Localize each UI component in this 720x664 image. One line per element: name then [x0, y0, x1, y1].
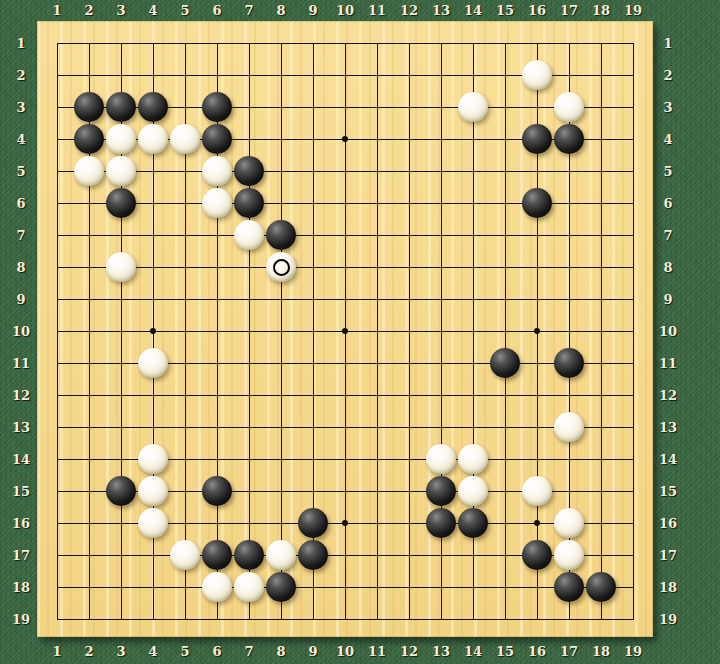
stone-white: ○: [138, 476, 168, 506]
stone-black: ●: [266, 572, 296, 602]
coordinate-label: 16: [528, 645, 546, 658]
stone-white: ○: [202, 188, 232, 218]
stone-white: ○: [138, 348, 168, 378]
stone-black: ●: [522, 188, 552, 218]
coordinate-label: 18: [12, 581, 30, 594]
stone-black: ●: [522, 540, 552, 570]
stone-white: ○: [74, 156, 104, 186]
coordinate-label: 6: [212, 4, 221, 17]
coordinate-label: 4: [148, 645, 157, 658]
coordinate-label: 10: [659, 325, 677, 338]
coordinate-label: 1: [663, 37, 672, 50]
stone-black: ●: [106, 92, 136, 122]
coordinate-label: 8: [276, 4, 285, 17]
stone-black: ●: [202, 124, 232, 154]
stone-black: ●: [298, 540, 328, 570]
coordinate-label: 15: [659, 485, 677, 498]
stone-black: ●: [202, 540, 232, 570]
stone-black: ●: [554, 124, 584, 154]
coordinate-label: 16: [12, 517, 30, 530]
coordinate-label: 7: [244, 4, 253, 17]
coordinate-label: 13: [432, 4, 450, 17]
stone-black: ●: [234, 540, 264, 570]
stone-black: ●: [522, 124, 552, 154]
coordinate-label: 7: [244, 645, 253, 658]
stone-white: ○: [266, 540, 296, 570]
star-point: [534, 328, 540, 334]
coordinate-label: 17: [659, 549, 677, 562]
coordinate-label: 19: [624, 4, 642, 17]
coordinate-label: 19: [12, 613, 30, 626]
coordinate-label: 15: [496, 4, 514, 17]
stone-white: ○: [426, 444, 456, 474]
stone-white: ○: [138, 444, 168, 474]
coordinate-label: 9: [308, 645, 317, 658]
stone-white: ○: [458, 444, 488, 474]
stone-black: ●: [234, 156, 264, 186]
stone-white: ○: [202, 156, 232, 186]
coordinate-label: 11: [368, 4, 386, 17]
coordinate-label: 3: [116, 4, 125, 17]
star-point: [342, 328, 348, 334]
stone-white: ○: [138, 124, 168, 154]
coordinate-label: 2: [16, 69, 25, 82]
coordinate-label: 15: [496, 645, 514, 658]
coordinate-label: 4: [663, 133, 672, 146]
coordinate-label: 19: [659, 613, 677, 626]
stone-white: ○: [266, 252, 296, 282]
coordinate-label: 14: [659, 453, 677, 466]
stone-white: ○: [522, 60, 552, 90]
coordinate-label: 5: [180, 645, 189, 658]
coordinate-label: 7: [16, 229, 25, 242]
coordinate-label: 4: [148, 4, 157, 17]
stone-black: ●: [426, 476, 456, 506]
coordinate-label: 18: [659, 581, 677, 594]
stone-white: ○: [458, 92, 488, 122]
coordinate-label: 14: [12, 453, 30, 466]
coordinate-label: 2: [663, 69, 672, 82]
stone-black: ●: [74, 92, 104, 122]
stone-black: ●: [490, 348, 520, 378]
coordinate-label: 17: [560, 645, 578, 658]
coordinate-label: 8: [276, 645, 285, 658]
coordinate-label: 17: [560, 4, 578, 17]
stone-black: ●: [458, 508, 488, 538]
stone-black: ●: [202, 92, 232, 122]
coordinate-label: 5: [180, 4, 189, 17]
coordinate-label: 3: [16, 101, 25, 114]
coordinate-label: 13: [659, 421, 677, 434]
coordinate-label: 2: [84, 4, 93, 17]
go-game-screenshot: ○●●●●○○●○○○●●●○○○●●○●●○●○○○●●○○○○●○●●○○○…: [0, 0, 720, 664]
coordinate-label: 10: [12, 325, 30, 338]
stone-white: ○: [554, 412, 584, 442]
star-point: [342, 136, 348, 142]
stone-black: ●: [298, 508, 328, 538]
coordinate-label: 1: [16, 37, 25, 50]
stone-white: ○: [106, 252, 136, 282]
stone-black: ●: [74, 124, 104, 154]
coordinate-label: 8: [663, 261, 672, 274]
coordinate-label: 12: [659, 389, 677, 402]
board-grid[interactable]: ○●●●●○○●○○○●●●○○○●●○●●○●○○○●●○○○○●○●●○○○…: [41, 27, 649, 635]
coordinate-label: 5: [16, 165, 25, 178]
coordinate-label: 13: [432, 645, 450, 658]
stone-white: ○: [554, 92, 584, 122]
star-point: [150, 328, 156, 334]
coordinate-label: 16: [659, 517, 677, 530]
coordinate-label: 10: [336, 4, 354, 17]
coordinate-label: 15: [12, 485, 30, 498]
coordinate-label: 19: [624, 645, 642, 658]
stone-black: ●: [106, 476, 136, 506]
stone-black: ●: [202, 476, 232, 506]
coordinate-label: 4: [16, 133, 25, 146]
coordinate-label: 6: [663, 197, 672, 210]
stone-black: ●: [266, 220, 296, 250]
coordinate-label: 2: [84, 645, 93, 658]
coordinate-label: 9: [663, 293, 672, 306]
star-point: [534, 520, 540, 526]
coordinate-label: 8: [16, 261, 25, 274]
stone-white: ○: [170, 540, 200, 570]
last-move-marker: [273, 259, 290, 276]
stone-white: ○: [554, 540, 584, 570]
stone-white: ○: [234, 572, 264, 602]
coordinate-label: 3: [663, 101, 672, 114]
stone-black: ●: [554, 572, 584, 602]
coordinate-label: 1: [52, 645, 61, 658]
coordinate-label: 14: [464, 4, 482, 17]
stone-white: ○: [234, 220, 264, 250]
coordinate-label: 7: [663, 229, 672, 242]
coordinate-label: 9: [308, 4, 317, 17]
coordinate-label: 18: [592, 4, 610, 17]
coordinate-label: 17: [12, 549, 30, 562]
stone-white: ○: [458, 476, 488, 506]
coordinate-label: 6: [16, 197, 25, 210]
go-board: ○●●●●○○●○○○●●●○○○●●○●●○●○○○●●○○○○●○●●○○○…: [37, 21, 653, 637]
coordinate-label: 11: [12, 357, 30, 370]
stone-black: ●: [234, 188, 264, 218]
coordinate-label: 12: [12, 389, 30, 402]
stone-white: ○: [106, 124, 136, 154]
coordinate-label: 12: [400, 4, 418, 17]
coordinate-label: 3: [116, 645, 125, 658]
coordinate-label: 1: [52, 4, 61, 17]
coordinate-label: 11: [659, 357, 677, 370]
coordinate-label: 5: [663, 165, 672, 178]
coordinate-label: 6: [212, 645, 221, 658]
coordinate-label: 9: [16, 293, 25, 306]
stone-black: ●: [426, 508, 456, 538]
stone-black: ●: [586, 572, 616, 602]
coordinate-label: 16: [528, 4, 546, 17]
coordinate-label: 12: [400, 645, 418, 658]
stone-black: ●: [106, 188, 136, 218]
star-point: [342, 520, 348, 526]
stone-white: ○: [170, 124, 200, 154]
coordinate-label: 13: [12, 421, 30, 434]
stone-white: ○: [202, 572, 232, 602]
stone-white: ○: [522, 476, 552, 506]
stone-black: ●: [138, 92, 168, 122]
stone-black: ●: [554, 348, 584, 378]
coordinate-label: 18: [592, 645, 610, 658]
coordinate-label: 11: [368, 645, 386, 658]
coordinate-label: 10: [336, 645, 354, 658]
stone-white: ○: [554, 508, 584, 538]
coordinate-label: 14: [464, 645, 482, 658]
stone-white: ○: [106, 156, 136, 186]
stone-white: ○: [138, 508, 168, 538]
